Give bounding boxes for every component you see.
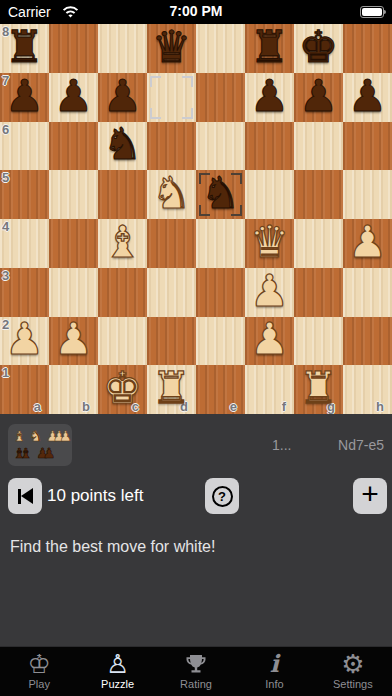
chess-board: 8♜♛♜♚7♟♟♟♟♟♟6♞5♞♞4♝♛♟3♟2♟♟♟1abc♚d♜efg♜h xyxy=(0,24,392,414)
square-e6[interactable] xyxy=(196,122,245,171)
captured-group-white-knight: ♞ xyxy=(30,429,43,443)
square-g2[interactable] xyxy=(294,317,343,366)
square-h4[interactable]: ♟ xyxy=(343,219,392,268)
captured-black-pieces: ♝♝♟♟ xyxy=(13,444,67,461)
square-h1[interactable]: h xyxy=(343,365,392,414)
rank-label-1: 1 xyxy=(2,365,9,380)
tab-puzzle[interactable]: ♙ Puzzle xyxy=(78,647,156,696)
black-pawn[interactable]: ♟ xyxy=(49,73,98,122)
add-button[interactable]: + xyxy=(353,478,387,514)
square-d6[interactable] xyxy=(147,122,196,171)
tab-info[interactable]: i Info xyxy=(235,647,313,696)
square-b3[interactable] xyxy=(49,268,98,317)
pawn-icon: ♙ xyxy=(106,650,129,677)
move-highlight-d7 xyxy=(150,76,193,119)
square-c4[interactable]: ♝ xyxy=(98,219,147,268)
trophy-icon xyxy=(184,650,208,677)
square-h5[interactable] xyxy=(343,170,392,219)
black-rook[interactable]: ♜ xyxy=(0,24,49,73)
rank-label-5: 5 xyxy=(2,170,9,185)
captured-group-black-pawn: ♟♟ xyxy=(36,446,55,460)
move-list[interactable]: 1... Nd7-e5 xyxy=(272,437,384,453)
tab-bar: ♔ Play ♙ Puzzle Rating i Info ⚙ Settings xyxy=(0,646,392,696)
square-g6[interactable] xyxy=(294,122,343,171)
square-b8[interactable] xyxy=(49,24,98,73)
square-e5[interactable]: ♞ xyxy=(196,170,245,219)
square-a3[interactable]: 3 xyxy=(0,268,49,317)
captured-white-bishop: ♝ xyxy=(13,429,26,443)
white-rook[interactable]: ♜ xyxy=(147,365,196,414)
file-label-b: b xyxy=(82,399,90,414)
captured-group-white-bishop: ♝ xyxy=(13,429,26,443)
captured-group-white-pawn: ♟♟♟ xyxy=(46,429,72,443)
square-f5[interactable] xyxy=(245,170,294,219)
last-move: Nd7-e5 xyxy=(338,437,384,453)
info-icon: i xyxy=(270,650,279,677)
square-d3[interactable] xyxy=(147,268,196,317)
tab-play[interactable]: ♔ Play xyxy=(0,647,78,696)
white-pawn[interactable]: ♟ xyxy=(343,219,392,268)
tab-rating[interactable]: Rating xyxy=(157,647,235,696)
square-e3[interactable] xyxy=(196,268,245,317)
square-e4[interactable] xyxy=(196,219,245,268)
king-crown-icon: ♔ xyxy=(28,650,51,677)
square-g8[interactable]: ♚ xyxy=(294,24,343,73)
captured-white-knight: ♞ xyxy=(30,429,43,443)
file-label-e: e xyxy=(230,399,237,414)
square-f4[interactable]: ♛ xyxy=(245,219,294,268)
black-pawn[interactable]: ♟ xyxy=(0,73,49,122)
black-king[interactable]: ♚ xyxy=(294,24,343,73)
gear-icon: ⚙ xyxy=(341,650,364,677)
square-a1[interactable]: 1a xyxy=(0,365,49,414)
square-h3[interactable] xyxy=(343,268,392,317)
square-b6[interactable] xyxy=(49,122,98,171)
square-d1[interactable]: d♜ xyxy=(147,365,196,414)
tab-settings[interactable]: ⚙ Settings xyxy=(314,647,392,696)
rank-label-3: 3 xyxy=(2,268,9,283)
square-f7[interactable]: ♟ xyxy=(245,73,294,122)
black-knight[interactable]: ♞ xyxy=(98,122,147,171)
battery-icon xyxy=(360,6,384,18)
white-pawn[interactable]: ♟ xyxy=(0,317,49,366)
captured-black-pawn: ♟ xyxy=(43,446,56,460)
square-b7[interactable]: ♟ xyxy=(49,73,98,122)
captured-white-pawn: ♟ xyxy=(59,429,72,443)
square-g7[interactable]: ♟ xyxy=(294,73,343,122)
black-rook[interactable]: ♜ xyxy=(245,24,294,73)
square-a8[interactable]: 8♜ xyxy=(0,24,49,73)
hint-button[interactable]: ? xyxy=(205,478,239,514)
square-d8[interactable]: ♛ xyxy=(147,24,196,73)
square-c2[interactable] xyxy=(98,317,147,366)
square-g5[interactable] xyxy=(294,170,343,219)
square-e2[interactable] xyxy=(196,317,245,366)
captured-white-pieces: ♝♞♟♟♟ xyxy=(13,427,67,444)
square-h7[interactable]: ♟ xyxy=(343,73,392,122)
file-label-f: f xyxy=(282,399,286,414)
white-knight[interactable]: ♞ xyxy=(147,170,196,219)
square-a4[interactable]: 4 xyxy=(0,219,49,268)
square-f8[interactable]: ♜ xyxy=(245,24,294,73)
points-left-label: 10 points left xyxy=(47,486,143,506)
skip-to-start-button[interactable] xyxy=(8,478,42,514)
square-f3[interactable]: ♟ xyxy=(245,268,294,317)
captured-black-bishop: ♝ xyxy=(20,446,33,460)
square-h2[interactable] xyxy=(343,317,392,366)
square-c3[interactable] xyxy=(98,268,147,317)
square-g4[interactable] xyxy=(294,219,343,268)
square-a7[interactable]: 7♟ xyxy=(0,73,49,122)
move-number: 1... xyxy=(272,437,291,453)
square-d2[interactable] xyxy=(147,317,196,366)
captured-pieces-tray: ♝♞♟♟♟ ♝♝♟♟ xyxy=(8,424,72,466)
square-f1[interactable]: f xyxy=(245,365,294,414)
skip-to-start-icon xyxy=(18,488,33,504)
controls-row: 10 points left ? + xyxy=(0,478,392,514)
square-b5[interactable] xyxy=(49,170,98,219)
black-pawn[interactable]: ♟ xyxy=(294,73,343,122)
black-pawn[interactable]: ♟ xyxy=(245,73,294,122)
white-pawn[interactable]: ♟ xyxy=(49,317,98,366)
square-g1[interactable]: g♜ xyxy=(294,365,343,414)
puzzle-prompt: Find the best move for white! xyxy=(10,538,215,556)
rank-label-6: 6 xyxy=(2,122,9,137)
square-d4[interactable] xyxy=(147,219,196,268)
file-label-a: a xyxy=(34,399,41,414)
puzzle-panel: ♝♞♟♟♟ ♝♝♟♟ 1... Nd7-e5 10 points left ? … xyxy=(0,414,392,646)
square-d7[interactable] xyxy=(147,73,196,122)
black-pawn[interactable]: ♟ xyxy=(98,73,147,122)
square-d5[interactable]: ♞ xyxy=(147,170,196,219)
app-window: Carrier 7:00 PM 8♜♛♜♚7♟♟♟♟♟♟6♞5♞♞4♝♛♟3♟2… xyxy=(0,0,392,696)
black-pawn[interactable]: ♟ xyxy=(343,73,392,122)
square-f2[interactable]: ♟ xyxy=(245,317,294,366)
square-e1[interactable]: e xyxy=(196,365,245,414)
black-queen[interactable]: ♛ xyxy=(147,24,196,73)
square-f6[interactable] xyxy=(245,122,294,171)
captured-group-black-bishop: ♝♝ xyxy=(13,446,32,460)
rank-label-4: 4 xyxy=(2,219,9,234)
square-a5[interactable]: 5 xyxy=(0,170,49,219)
square-c8[interactable] xyxy=(98,24,147,73)
square-g3[interactable] xyxy=(294,268,343,317)
square-a6[interactable]: 6 xyxy=(0,122,49,171)
square-h6[interactable] xyxy=(343,122,392,171)
square-c6[interactable]: ♞ xyxy=(98,122,147,171)
white-rook[interactable]: ♜ xyxy=(294,365,343,414)
square-c7[interactable]: ♟ xyxy=(98,73,147,122)
white-pawn[interactable]: ♟ xyxy=(245,317,294,366)
white-bishop[interactable]: ♝ xyxy=(98,219,147,268)
square-e7[interactable] xyxy=(196,73,245,122)
question-mark-icon: ? xyxy=(212,486,233,507)
white-queen[interactable]: ♛ xyxy=(245,219,294,268)
file-label-h: h xyxy=(376,399,384,414)
square-h8[interactable] xyxy=(343,24,392,73)
square-c5[interactable] xyxy=(98,170,147,219)
square-b1[interactable]: b xyxy=(49,365,98,414)
white-king[interactable]: ♚ xyxy=(98,365,147,414)
square-b2[interactable]: ♟ xyxy=(49,317,98,366)
white-pawn[interactable]: ♟ xyxy=(245,268,294,317)
clock: 7:00 PM xyxy=(0,3,392,19)
square-b4[interactable] xyxy=(49,219,98,268)
square-a2[interactable]: 2♟ xyxy=(0,317,49,366)
square-e8[interactable] xyxy=(196,24,245,73)
black-knight[interactable]: ♞ xyxy=(196,170,245,219)
square-c1[interactable]: c♚ xyxy=(98,365,147,414)
